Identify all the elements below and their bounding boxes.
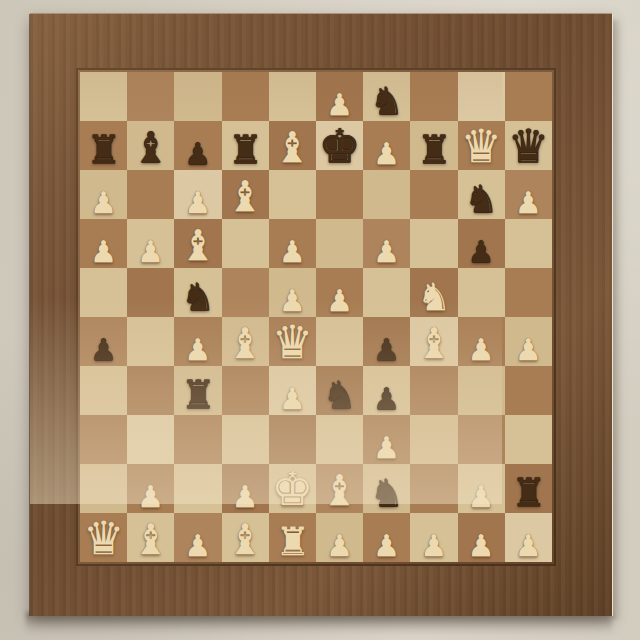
square-r0c8[interactable]	[458, 72, 505, 121]
board-frame: ♟♞♜♝♟♜♝♚♟♜♛♛♟♟♝♞♟♟♟♝♟♟♟♞♟♟♞♟♟♝♛♟♝♟♟♜♟♞♟♟…	[30, 14, 612, 616]
square-r5c7[interactable]: ♝	[410, 317, 457, 366]
piece-light-pawn-r9c5[interactable]: ♟	[316, 531, 363, 561]
frame-side-shadow	[612, 20, 622, 620]
square-r3c6[interactable]: ♟	[363, 219, 410, 268]
piece-light-pawn-r9c9[interactable]: ♟	[505, 531, 552, 561]
square-r7c3[interactable]	[222, 415, 269, 464]
square-r4c2[interactable]: ♞	[174, 268, 221, 317]
square-r3c8[interactable]: ♟	[458, 219, 505, 268]
square-r6c5[interactable]: ♞	[316, 366, 363, 415]
square-r7c9[interactable]	[505, 415, 552, 464]
square-r9c6[interactable]: ♟	[363, 513, 410, 562]
square-r6c1[interactable]	[127, 366, 174, 415]
square-r9c0[interactable]: ♛	[80, 513, 127, 562]
piece-dark-rook-r6c2[interactable]: ♜	[174, 375, 221, 414]
square-r6c7[interactable]	[410, 366, 457, 415]
square-r4c5[interactable]: ♟	[316, 268, 363, 317]
square-r1c4[interactable]: ♝	[269, 121, 316, 170]
square-r0c5[interactable]: ♟	[316, 72, 363, 121]
square-r2c5[interactable]	[316, 170, 363, 219]
square-r7c4[interactable]	[269, 415, 316, 464]
square-r8c1[interactable]: ♟	[127, 464, 174, 513]
square-r3c4[interactable]: ♟	[269, 219, 316, 268]
square-r7c2[interactable]	[174, 415, 221, 464]
piece-dark-king-r1c5[interactable]: ♚	[316, 122, 363, 169]
square-r2c9[interactable]: ♟	[505, 170, 552, 219]
piece-light-rook-r9c4[interactable]: ♜	[269, 522, 316, 561]
piece-light-pawn-r3c1[interactable]: ♟	[127, 237, 174, 267]
square-r5c5[interactable]	[316, 317, 363, 366]
chess-board[interactable]: ♟♞♜♝♟♜♝♚♟♜♛♛♟♟♝♞♟♟♟♝♟♟♟♞♟♟♞♟♟♝♛♟♝♟♟♜♟♞♟♟…	[80, 72, 552, 562]
square-r6c9[interactable]	[505, 366, 552, 415]
square-r7c5[interactable]	[316, 415, 363, 464]
square-r1c1[interactable]: ♝	[127, 121, 174, 170]
square-r9c9[interactable]: ♟	[505, 513, 552, 562]
square-r6c8[interactable]	[458, 366, 505, 415]
piece-light-bishop-r1c4[interactable]: ♝	[269, 127, 316, 169]
square-r8c4[interactable]: ♚	[269, 464, 316, 513]
square-r7c7[interactable]	[410, 415, 457, 464]
piece-light-bishop-r8c5[interactable]: ♝	[316, 470, 363, 512]
piece-dark-queen-r1c9[interactable]: ♛	[505, 123, 552, 169]
piece-light-pawn-r0c5[interactable]: ♟	[316, 90, 363, 120]
square-r5c1[interactable]	[127, 317, 174, 366]
square-r8c9[interactable]: ♜	[505, 464, 552, 513]
square-r4c7[interactable]: ♞	[410, 268, 457, 317]
square-r5c9[interactable]: ♟	[505, 317, 552, 366]
square-r6c2[interactable]: ♜	[174, 366, 221, 415]
square-r3c2[interactable]: ♝	[174, 219, 221, 268]
square-r4c6[interactable]	[363, 268, 410, 317]
piece-light-pawn-r4c5[interactable]: ♟	[316, 286, 363, 316]
square-r7c1[interactable]	[127, 415, 174, 464]
piece-dark-bishop-r1c1[interactable]: ♝	[127, 127, 174, 169]
square-r8c0[interactable]	[80, 464, 127, 513]
square-r9c8[interactable]: ♟	[458, 513, 505, 562]
piece-light-pawn-r4c4[interactable]: ♟	[269, 286, 316, 316]
piece-light-pawn-r5c2[interactable]: ♟	[174, 335, 221, 365]
piece-dark-pawn-r5c6[interactable]: ♟	[363, 335, 410, 365]
square-r0c9[interactable]	[505, 72, 552, 121]
piece-light-pawn-r6c4[interactable]: ♟	[269, 384, 316, 414]
square-r2c0[interactable]: ♟	[80, 170, 127, 219]
piece-light-pawn-r9c8[interactable]: ♟	[458, 531, 505, 561]
square-r2c8[interactable]: ♞	[458, 170, 505, 219]
piece-light-king-r8c4[interactable]: ♚	[269, 465, 316, 512]
square-r7c6[interactable]: ♟	[363, 415, 410, 464]
piece-light-knight-r4c7[interactable]: ♞	[410, 278, 457, 316]
square-r6c4[interactable]: ♟	[269, 366, 316, 415]
piece-light-pawn-r2c2[interactable]: ♟	[174, 188, 221, 218]
square-r8c7[interactable]	[410, 464, 457, 513]
square-r0c0[interactable]	[80, 72, 127, 121]
square-r4c0[interactable]	[80, 268, 127, 317]
square-r0c4[interactable]	[269, 72, 316, 121]
square-r3c3[interactable]	[222, 219, 269, 268]
square-r8c3[interactable]: ♟	[222, 464, 269, 513]
piece-light-pawn-r9c6[interactable]: ♟	[363, 531, 410, 561]
piece-dark-knight-r4c2[interactable]: ♞	[174, 278, 221, 316]
square-r6c3[interactable]	[222, 366, 269, 415]
square-r0c2[interactable]	[174, 72, 221, 121]
piece-dark-knight-r2c8[interactable]: ♞	[458, 180, 505, 218]
square-r4c3[interactable]	[222, 268, 269, 317]
square-r4c1[interactable]	[127, 268, 174, 317]
piece-dark-pawn-r3c8[interactable]: ♟	[458, 237, 505, 267]
square-r8c8[interactable]: ♟	[458, 464, 505, 513]
square-r1c9[interactable]: ♛	[505, 121, 552, 170]
square-r2c4[interactable]	[269, 170, 316, 219]
square-r9c7[interactable]: ♟	[410, 513, 457, 562]
square-r3c7[interactable]	[410, 219, 457, 268]
piece-light-pawn-r2c9[interactable]: ♟	[505, 188, 552, 218]
piece-dark-rook-r1c7[interactable]: ♜	[410, 130, 457, 169]
square-r5c3[interactable]: ♝	[222, 317, 269, 366]
square-r7c8[interactable]	[458, 415, 505, 464]
piece-dark-rook-r8c9[interactable]: ♜	[505, 473, 552, 512]
square-r5c0[interactable]: ♟	[80, 317, 127, 366]
square-r8c2[interactable]	[174, 464, 221, 513]
square-r8c5[interactable]: ♝	[316, 464, 363, 513]
piece-light-queen-r9c0[interactable]: ♛	[80, 515, 127, 561]
square-r0c1[interactable]	[127, 72, 174, 121]
square-r5c2[interactable]: ♟	[174, 317, 221, 366]
square-r8c6[interactable]: ♞	[363, 464, 410, 513]
square-r1c5[interactable]: ♚	[316, 121, 363, 170]
piece-light-pawn-r3c4[interactable]: ♟	[269, 237, 316, 267]
square-r2c3[interactable]: ♝	[222, 170, 269, 219]
square-r4c8[interactable]	[458, 268, 505, 317]
piece-dark-knight-r6c5[interactable]: ♞	[316, 376, 363, 414]
piece-light-pawn-r5c8[interactable]: ♟	[458, 335, 505, 365]
square-r3c9[interactable]	[505, 219, 552, 268]
square-r3c1[interactable]: ♟	[127, 219, 174, 268]
square-r2c7[interactable]	[410, 170, 457, 219]
square-r0c6[interactable]: ♞	[363, 72, 410, 121]
square-r3c5[interactable]	[316, 219, 363, 268]
piece-light-pawn-r5c9[interactable]: ♟	[505, 335, 552, 365]
square-r9c1[interactable]: ♝	[127, 513, 174, 562]
square-r1c8[interactable]: ♛	[458, 121, 505, 170]
piece-dark-pawn-r5c0[interactable]: ♟	[80, 335, 127, 365]
piece-light-pawn-r9c2[interactable]: ♟	[174, 531, 221, 561]
piece-light-pawn-r8c3[interactable]: ♟	[222, 482, 269, 512]
piece-light-queen-r1c8[interactable]: ♛	[458, 123, 505, 169]
piece-dark-pawn-r6c6[interactable]: ♟	[363, 384, 410, 414]
square-r9c3[interactable]: ♝	[222, 513, 269, 562]
piece-light-bishop-r9c1[interactable]: ♝	[127, 519, 174, 561]
piece-dark-knight-r8c6[interactable]: ♞	[363, 474, 410, 512]
piece-light-pawn-r8c1[interactable]: ♟	[127, 482, 174, 512]
square-r5c4[interactable]: ♛	[269, 317, 316, 366]
piece-light-pawn-r9c7[interactable]: ♟	[410, 531, 457, 561]
square-r0c7[interactable]	[410, 72, 457, 121]
square-r1c3[interactable]: ♜	[222, 121, 269, 170]
piece-light-bishop-r9c3[interactable]: ♝	[222, 519, 269, 561]
square-r0c3[interactable]	[222, 72, 269, 121]
piece-light-pawn-r7c6[interactable]: ♟	[363, 433, 410, 463]
piece-light-queen-r5c4[interactable]: ♛	[269, 319, 316, 365]
square-r6c6[interactable]: ♟	[363, 366, 410, 415]
piece-light-bishop-r5c7[interactable]: ♝	[410, 323, 457, 365]
square-r5c8[interactable]: ♟	[458, 317, 505, 366]
piece-light-pawn-r2c0[interactable]: ♟	[80, 188, 127, 218]
square-r1c2[interactable]: ♟	[174, 121, 221, 170]
piece-light-bishop-r3c2[interactable]: ♝	[174, 225, 221, 267]
piece-dark-pawn-r1c2[interactable]: ♟	[174, 139, 221, 169]
piece-dark-rook-r1c0[interactable]: ♜	[80, 130, 127, 169]
square-r2c2[interactable]: ♟	[174, 170, 221, 219]
piece-light-bishop-r5c3[interactable]: ♝	[222, 323, 269, 365]
square-r9c5[interactable]: ♟	[316, 513, 363, 562]
square-r2c6[interactable]	[363, 170, 410, 219]
square-r4c4[interactable]: ♟	[269, 268, 316, 317]
square-r6c0[interactable]	[80, 366, 127, 415]
piece-light-pawn-r8c8[interactable]: ♟	[458, 482, 505, 512]
piece-light-pawn-r3c6[interactable]: ♟	[363, 237, 410, 267]
square-r9c4[interactable]: ♜	[269, 513, 316, 562]
piece-light-bishop-r2c3[interactable]: ♝	[222, 176, 269, 218]
square-r2c1[interactable]	[127, 170, 174, 219]
square-r5c6[interactable]: ♟	[363, 317, 410, 366]
square-r1c6[interactable]: ♟	[363, 121, 410, 170]
square-r1c7[interactable]: ♜	[410, 121, 457, 170]
square-r9c2[interactable]: ♟	[174, 513, 221, 562]
square-r1c0[interactable]: ♜	[80, 121, 127, 170]
piece-dark-knight-r0c6[interactable]: ♞	[363, 82, 410, 120]
piece-light-pawn-r3c0[interactable]: ♟	[80, 237, 127, 267]
piece-light-pawn-r1c6[interactable]: ♟	[363, 139, 410, 169]
square-r3c0[interactable]: ♟	[80, 219, 127, 268]
square-r4c9[interactable]	[505, 268, 552, 317]
square-r7c0[interactable]	[80, 415, 127, 464]
piece-dark-rook-r1c3[interactable]: ♜	[222, 130, 269, 169]
